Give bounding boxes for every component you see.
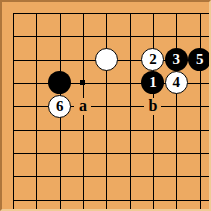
point-E17 [95,48,118,71]
stone-white-2: 2 [141,48,164,71]
point-label-a: a [71,95,94,118]
point-C16 [48,71,71,94]
point-H17: 3 [165,48,188,71]
point-J17: 5 [188,48,211,71]
point-H16: 4 [165,71,188,94]
letter-a: a [74,98,91,115]
go-board-diagram: ab235146 [0,0,211,211]
hoshi-marker [80,80,85,85]
stone-black [48,71,71,94]
stone-black-1: 1 [141,71,164,94]
stone-white-6: 6 [48,95,71,118]
point-C15: 6 [48,95,71,118]
point-G16: 1 [141,71,164,94]
board-point-grid: ab235146 [1,1,211,211]
letter-b: b [144,98,161,115]
stone-black-5: 5 [188,48,211,71]
stone-black-3: 3 [165,48,188,71]
stone-white [95,48,118,71]
point-G17: 2 [141,48,164,71]
point-label-b: b [141,95,164,118]
hoshi-point-D16 [71,71,94,94]
stone-white-4: 4 [165,71,188,94]
